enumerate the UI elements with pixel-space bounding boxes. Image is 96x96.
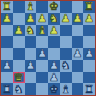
square-c4[interactable] bbox=[25, 48, 37, 60]
square-f6[interactable] bbox=[60, 25, 72, 37]
white-pawn-piece: ♟ bbox=[84, 48, 94, 59]
square-c7[interactable]: ♟ bbox=[25, 13, 37, 25]
black-pawn-piece: ♟ bbox=[72, 13, 82, 24]
square-h8[interactable]: ♜ bbox=[83, 1, 95, 13]
black-rook-piece: ♜ bbox=[2, 1, 12, 12]
square-e2[interactable]: ♟ bbox=[48, 72, 60, 84]
black-knight-piece: ♞ bbox=[25, 25, 35, 36]
white-bishop-piece: ♝ bbox=[61, 83, 71, 94]
square-d1[interactable] bbox=[36, 83, 48, 95]
square-e7[interactable]: ♞ bbox=[48, 13, 60, 25]
square-a2[interactable] bbox=[1, 72, 13, 84]
square-c6[interactable]: ♞ bbox=[25, 25, 37, 37]
square-d3[interactable] bbox=[36, 60, 48, 72]
white-pawn-piece: ♟ bbox=[49, 60, 59, 71]
white-pawn-piece: ♟ bbox=[25, 60, 35, 71]
square-a8[interactable]: ♜ bbox=[1, 1, 13, 13]
black-knight-piece: ♞ bbox=[49, 13, 59, 24]
black-pawn-piece: ♟ bbox=[25, 13, 35, 24]
square-g6[interactable] bbox=[72, 25, 84, 37]
square-b1[interactable]: ♞ bbox=[13, 83, 25, 95]
square-e6[interactable]: ♟ bbox=[48, 25, 60, 37]
square-h6[interactable] bbox=[83, 25, 95, 37]
square-d6[interactable]: ♝ bbox=[36, 25, 48, 37]
square-c3[interactable]: ♟ bbox=[25, 60, 37, 72]
black-queen-piece: ♛ bbox=[14, 72, 24, 83]
white-king-piece: ♚ bbox=[49, 83, 59, 94]
square-a1[interactable]: ♜ bbox=[1, 83, 13, 95]
white-pawn-piece: ♟ bbox=[2, 60, 12, 71]
square-b6[interactable]: ♟ bbox=[13, 25, 25, 37]
square-f5[interactable] bbox=[60, 36, 72, 48]
white-rook-piece: ♜ bbox=[2, 83, 12, 94]
square-h4[interactable]: ♟ bbox=[83, 48, 95, 60]
black-pawn-piece: ♟ bbox=[37, 13, 47, 24]
white-knight-piece: ♞ bbox=[14, 83, 24, 94]
black-bishop-piece: ♝ bbox=[37, 25, 47, 36]
square-b2[interactable]: ♛ bbox=[13, 72, 25, 84]
white-rook-piece: ♜ bbox=[84, 83, 94, 94]
square-g8[interactable] bbox=[72, 1, 84, 13]
square-f1[interactable]: ♝ bbox=[60, 83, 72, 95]
square-c2[interactable] bbox=[25, 72, 37, 84]
black-king-piece: ♚ bbox=[49, 1, 59, 12]
square-g1[interactable] bbox=[72, 83, 84, 95]
black-pawn-piece: ♟ bbox=[14, 25, 24, 36]
square-c8[interactable]: ♝ bbox=[25, 1, 37, 13]
square-h5[interactable] bbox=[83, 36, 95, 48]
square-b8[interactable] bbox=[13, 1, 25, 13]
chess-board: ♜♝♚♜♟♟♟♞♟♟♟♟♞♝♟♟♟♟♟♟♟♞♛♟♜♞♚♝♜ bbox=[0, 0, 96, 96]
square-a5[interactable] bbox=[1, 36, 13, 48]
black-pawn-piece: ♟ bbox=[49, 25, 59, 36]
square-d5[interactable] bbox=[36, 36, 48, 48]
square-b5[interactable] bbox=[13, 36, 25, 48]
square-b7[interactable] bbox=[13, 13, 25, 25]
square-e8[interactable]: ♚ bbox=[48, 1, 60, 13]
white-pawn-piece: ♟ bbox=[37, 48, 47, 59]
square-b3[interactable] bbox=[13, 60, 25, 72]
square-a3[interactable]: ♟ bbox=[1, 60, 13, 72]
square-f2[interactable] bbox=[60, 72, 72, 84]
square-e5[interactable] bbox=[48, 36, 60, 48]
black-pawn-piece: ♟ bbox=[84, 13, 94, 24]
square-f8[interactable] bbox=[60, 1, 72, 13]
square-g5[interactable] bbox=[72, 36, 84, 48]
square-h3[interactable] bbox=[83, 60, 95, 72]
square-d2[interactable] bbox=[36, 72, 48, 84]
square-c5[interactable] bbox=[25, 36, 37, 48]
square-a7[interactable]: ♟ bbox=[1, 13, 13, 25]
square-g4[interactable]: ♟ bbox=[72, 48, 84, 60]
square-e3[interactable]: ♟ bbox=[48, 60, 60, 72]
white-pawn-piece: ♟ bbox=[72, 48, 82, 59]
square-h7[interactable]: ♟ bbox=[83, 13, 95, 25]
square-h2[interactable] bbox=[83, 72, 95, 84]
black-pawn-piece: ♟ bbox=[2, 13, 12, 24]
square-a6[interactable] bbox=[1, 25, 13, 37]
black-rook-piece: ♜ bbox=[84, 1, 94, 12]
black-pawn-piece: ♟ bbox=[61, 13, 71, 24]
square-a4[interactable] bbox=[1, 48, 13, 60]
square-d8[interactable] bbox=[36, 1, 48, 13]
square-d4[interactable]: ♟ bbox=[36, 48, 48, 60]
square-f3[interactable]: ♞ bbox=[60, 60, 72, 72]
square-e4[interactable] bbox=[48, 48, 60, 60]
square-d7[interactable]: ♟ bbox=[36, 13, 48, 25]
white-knight-piece: ♞ bbox=[61, 60, 71, 71]
chess-app: ♜♝♚♜♟♟♟♞♟♟♟♟♞♝♟♟♟♟♟♟♟♞♛♟♜♞♚♝♜ bbox=[0, 0, 96, 96]
square-b4[interactable] bbox=[13, 48, 25, 60]
black-bishop-piece: ♝ bbox=[25, 1, 35, 12]
square-f4[interactable] bbox=[60, 48, 72, 60]
square-c1[interactable] bbox=[25, 83, 37, 95]
square-g3[interactable] bbox=[72, 60, 84, 72]
square-g7[interactable]: ♟ bbox=[72, 13, 84, 25]
white-pawn-piece: ♟ bbox=[49, 72, 59, 83]
square-e1[interactable]: ♚ bbox=[48, 83, 60, 95]
square-h1[interactable]: ♜ bbox=[83, 83, 95, 95]
square-g2[interactable] bbox=[72, 72, 84, 84]
square-f7[interactable]: ♟ bbox=[60, 13, 72, 25]
